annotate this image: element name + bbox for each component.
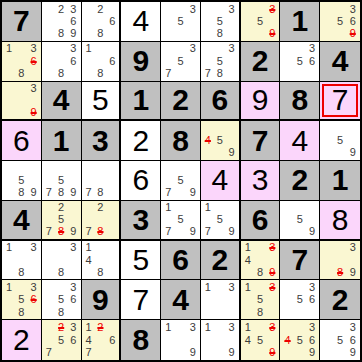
cell-r8c3[interactable]: 9 xyxy=(82,280,122,320)
solved-digit: 4 xyxy=(291,126,308,156)
candidate-2-eliminated: 2 xyxy=(55,321,67,334)
candidate-9-eliminated: 9 xyxy=(266,346,278,359)
candidate-7: 7 xyxy=(202,67,214,79)
pencil-marks: 59 xyxy=(281,202,318,238)
pencil-marks: 139 xyxy=(162,321,199,359)
pencil-marks: 78 xyxy=(83,162,119,199)
cell-r8c2[interactable]: 3568 xyxy=(42,280,82,320)
pencil-marks: 12467 xyxy=(83,321,119,359)
candidate-3: 3 xyxy=(306,43,318,55)
candidate-5: 5 xyxy=(334,334,347,347)
cell-r6c4[interactable]: 3 xyxy=(121,201,161,241)
cell-r4c2[interactable]: 1 xyxy=(42,121,82,161)
pencil-marks: 3568 xyxy=(43,281,80,318)
candidate-3: 3 xyxy=(187,43,199,55)
candidate-4-eliminated: 4 xyxy=(281,334,293,347)
pencil-marks: 38 xyxy=(43,242,80,279)
candidate-9-eliminated: 9 xyxy=(266,266,278,278)
pencil-marks: 39 xyxy=(3,83,40,119)
candidate-6: 6 xyxy=(306,334,318,347)
candidate-3: 3 xyxy=(346,3,359,15)
candidate-4: 4 xyxy=(242,334,254,347)
cell-r4c4[interactable]: 2 xyxy=(121,121,161,161)
pencil-marks: 579 xyxy=(162,162,199,199)
candidate-3: 3 xyxy=(187,321,199,334)
cell-r6c9[interactable]: 8 xyxy=(320,201,360,241)
pencil-marks: 138 xyxy=(3,242,40,279)
solved-digit: 5 xyxy=(92,85,109,115)
pencil-marks: 368 xyxy=(43,43,80,80)
candidate-2: 2 xyxy=(55,202,67,214)
given-digit: 8 xyxy=(291,85,308,115)
solved-digit: 3 xyxy=(252,165,269,195)
cell-r5c6[interactable]: 4 xyxy=(201,161,241,201)
candidate-7: 7 xyxy=(83,187,95,199)
cell-r7c6[interactable]: 2 xyxy=(201,241,241,281)
candidate-6: 6 xyxy=(67,334,79,347)
pencil-marks: 1358 xyxy=(242,281,279,318)
cell-r5c8[interactable]: 2 xyxy=(280,161,320,201)
pencil-marks: 34569 xyxy=(281,321,318,359)
candidate-9: 9 xyxy=(346,346,359,359)
solved-digit: 5 xyxy=(132,245,149,275)
cell-r4c8[interactable]: 4 xyxy=(280,121,320,161)
candidate-6: 6 xyxy=(106,15,118,27)
candidate-5: 5 xyxy=(214,15,226,27)
cell-r1c8[interactable]: 1 xyxy=(280,2,320,42)
cell-r8c8[interactable]: 356 xyxy=(280,280,320,320)
pencil-marks: 3578 xyxy=(202,43,238,80)
candidate-5: 5 xyxy=(294,334,306,347)
candidate-5: 5 xyxy=(294,294,306,306)
cell-r2c6[interactable]: 3578 xyxy=(201,42,241,82)
candidate-9: 9 xyxy=(67,226,79,238)
candidate-4: 4 xyxy=(242,254,254,266)
candidate-5: 5 xyxy=(254,334,266,347)
candidate-5: 5 xyxy=(55,294,67,306)
cell-r6c6[interactable]: 1579 xyxy=(201,201,241,241)
pencil-marks: 168 xyxy=(83,43,119,80)
candidate-7: 7 xyxy=(43,346,55,359)
given-digit: 6 xyxy=(211,85,228,115)
cell-r8c9[interactable]: 2 xyxy=(320,280,360,320)
cell-r4c5[interactable]: 8 xyxy=(161,121,201,161)
candidate-8: 8 xyxy=(214,28,226,40)
given-digit: 7 xyxy=(252,126,269,156)
pencil-marks: 358 xyxy=(202,3,238,40)
candidate-3: 3 xyxy=(226,3,238,15)
cell-r4c7[interactable]: 7 xyxy=(241,121,281,161)
cell-r5c1[interactable]: 589 xyxy=(2,161,42,201)
cell-r3c1[interactable]: 39 xyxy=(2,82,42,122)
cell-r9c4[interactable]: 8 xyxy=(121,320,161,360)
cell-r5c4[interactable]: 6 xyxy=(121,161,161,201)
candidate-6: 6 xyxy=(306,55,318,67)
candidate-8: 8 xyxy=(15,67,27,79)
cell-r5c5[interactable]: 579 xyxy=(161,161,201,201)
candidate-4: 4 xyxy=(83,334,95,347)
candidate-9-eliminated: 9 xyxy=(346,28,359,40)
candidate-7: 7 xyxy=(162,187,174,199)
candidate-9: 9 xyxy=(346,147,359,159)
cell-r8c1[interactable]: 13568 xyxy=(2,280,42,320)
candidate-8: 8 xyxy=(55,306,67,318)
candidate-8-eliminated: 8 xyxy=(334,266,347,278)
pencil-marks: 3569 xyxy=(321,321,359,359)
cell-r7c5[interactable]: 6 xyxy=(161,241,201,281)
cell-r7c8[interactable]: 7 xyxy=(280,241,320,281)
cell-r6c2[interactable]: 25789 xyxy=(42,201,82,241)
cell-r7c3[interactable]: 148 xyxy=(82,241,122,281)
pencil-marks: 389 xyxy=(321,242,359,279)
cell-r2c1[interactable]: 1368 xyxy=(2,42,42,82)
cell-r3c2[interactable]: 4 xyxy=(42,82,82,122)
candidate-9: 9 xyxy=(67,28,79,40)
given-digit: 9 xyxy=(92,285,109,315)
cell-r9c5[interactable]: 139 xyxy=(161,320,201,360)
candidate-9: 9 xyxy=(306,226,318,238)
candidate-9-eliminated: 9 xyxy=(266,28,278,40)
cell-r2c4[interactable]: 9 xyxy=(121,42,161,82)
cell-r2c9[interactable]: 4 xyxy=(320,42,360,82)
solved-digit: 4 xyxy=(211,165,228,195)
candidate-3-eliminated: 3 xyxy=(266,242,278,254)
candidate-1: 1 xyxy=(242,321,254,334)
candidate-6: 6 xyxy=(106,55,118,67)
candidate-8: 8 xyxy=(15,187,27,199)
pencil-marks: 23567 xyxy=(43,321,80,359)
candidate-5: 5 xyxy=(254,15,266,27)
candidate-3: 3 xyxy=(187,3,199,15)
pencil-marks: 356 xyxy=(281,281,318,318)
candidate-7: 7 xyxy=(162,226,174,238)
cell-r2c3[interactable]: 168 xyxy=(82,42,122,82)
cell-r3c7[interactable]: 9 xyxy=(241,82,281,122)
candidate-6: 6 xyxy=(346,334,359,347)
cell-r3c9[interactable]: 7 xyxy=(320,82,360,122)
pencil-marks: 13459 xyxy=(242,321,279,359)
given-digit: 9 xyxy=(132,46,149,76)
candidate-2-eliminated: 2 xyxy=(94,321,106,334)
cell-r2c2[interactable]: 368 xyxy=(42,42,82,82)
pencil-marks: 459 xyxy=(202,122,238,159)
candidate-8: 8 xyxy=(55,266,67,278)
candidate-1: 1 xyxy=(83,43,95,55)
solved-digit: 8 xyxy=(332,205,349,235)
candidate-1: 1 xyxy=(83,321,95,334)
candidate-3: 3 xyxy=(67,281,79,293)
solved-digit: 2 xyxy=(13,325,30,355)
pencil-marks: 1368 xyxy=(3,43,40,80)
cell-r9c7[interactable]: 13459 xyxy=(241,320,281,360)
candidate-6: 6 xyxy=(67,294,79,306)
candidate-5: 5 xyxy=(174,15,186,27)
pencil-marks: 3569 xyxy=(321,3,359,40)
candidate-8-eliminated: 8 xyxy=(55,226,67,238)
cell-r3c4[interactable]: 1 xyxy=(121,82,161,122)
candidate-3: 3 xyxy=(346,321,359,334)
candidate-3: 3 xyxy=(28,242,40,254)
candidate-5: 5 xyxy=(334,15,347,27)
candidate-8: 8 xyxy=(94,187,106,199)
cell-r1c1[interactable]: 7 xyxy=(2,2,42,42)
candidate-8: 8 xyxy=(254,306,266,318)
candidate-8-eliminated: 8 xyxy=(94,226,106,238)
cell-r8c4[interactable]: 7 xyxy=(121,280,161,320)
given-digit: 2 xyxy=(252,46,269,76)
given-digit: 1 xyxy=(132,85,149,115)
cell-r7c9[interactable]: 389 xyxy=(320,241,360,281)
cell-r9c6[interactable]: 139 xyxy=(201,320,241,360)
candidate-8: 8 xyxy=(94,67,106,79)
cell-r4c9[interactable]: 59 xyxy=(320,121,360,161)
given-digit: 3 xyxy=(132,205,149,235)
candidate-7: 7 xyxy=(43,226,55,238)
cell-r6c3[interactable]: 278 xyxy=(82,201,122,241)
cell-r5c3[interactable]: 78 xyxy=(82,161,122,201)
candidate-8: 8 xyxy=(55,67,67,79)
cell-r6c5[interactable]: 1579 xyxy=(161,201,201,241)
candidate-4-eliminated: 4 xyxy=(202,135,214,147)
pencil-marks: 278 xyxy=(83,202,119,238)
candidate-5: 5 xyxy=(174,174,186,186)
candidate-1: 1 xyxy=(3,281,15,293)
candidate-5: 5 xyxy=(294,214,306,226)
pencil-marks: 13 xyxy=(202,281,238,318)
solved-digit: 9 xyxy=(252,85,269,115)
given-digit: 7 xyxy=(13,6,30,36)
cell-r7c4[interactable]: 5 xyxy=(121,241,161,281)
candidate-3-eliminated: 3 xyxy=(266,321,278,334)
pencil-marks: 1579 xyxy=(202,202,238,238)
cell-r1c7[interactable]: 359 xyxy=(241,2,281,42)
candidate-7: 7 xyxy=(162,67,174,79)
candidate-5: 5 xyxy=(214,214,226,226)
candidate-7: 7 xyxy=(43,187,55,199)
cell-r6c8[interactable]: 59 xyxy=(280,201,320,241)
given-digit: 1 xyxy=(291,6,308,36)
pencil-marks: 13568 xyxy=(3,281,40,318)
candidate-3: 3 xyxy=(67,43,79,55)
solved-digit: 4 xyxy=(132,6,149,36)
candidate-3: 3 xyxy=(28,83,40,95)
cell-r5c9[interactable]: 1 xyxy=(320,161,360,201)
candidate-3: 3 xyxy=(28,281,40,293)
pencil-marks: 589 xyxy=(3,162,40,199)
candidate-8: 8 xyxy=(55,28,67,40)
candidate-6-eliminated: 6 xyxy=(28,55,40,67)
candidate-6: 6 xyxy=(67,55,79,67)
given-digit: 4 xyxy=(172,285,189,315)
pencil-marks: 148 xyxy=(83,242,119,279)
candidate-4: 4 xyxy=(83,254,95,266)
candidate-5: 5 xyxy=(254,294,266,306)
candidate-5: 5 xyxy=(334,135,347,147)
cell-r9c1[interactable]: 2 xyxy=(2,320,42,360)
candidate-8: 8 xyxy=(94,266,106,278)
candidate-2: 2 xyxy=(55,3,67,15)
given-digit: 2 xyxy=(291,165,308,195)
cell-r1c4[interactable]: 4 xyxy=(121,2,161,42)
candidate-1: 1 xyxy=(202,202,214,214)
candidate-9: 9 xyxy=(226,226,238,238)
candidate-9: 9 xyxy=(187,226,199,238)
solved-digit: 7 xyxy=(332,85,349,115)
candidate-3: 3 xyxy=(306,281,318,293)
cell-r6c1[interactable]: 4 xyxy=(2,201,42,241)
candidate-5: 5 xyxy=(294,55,306,67)
candidate-1: 1 xyxy=(202,281,214,293)
cell-r1c5[interactable]: 35 xyxy=(161,2,201,42)
candidate-5: 5 xyxy=(55,214,67,226)
candidate-3: 3 xyxy=(67,3,79,15)
pencil-marks: 1579 xyxy=(162,202,199,238)
solved-digit: 6 xyxy=(132,165,149,195)
candidate-8: 8 xyxy=(254,266,266,278)
cell-r4c3[interactable]: 3 xyxy=(82,121,122,161)
candidate-9: 9 xyxy=(187,346,199,359)
candidate-3: 3 xyxy=(226,281,238,293)
candidate-3: 3 xyxy=(226,321,238,334)
pencil-marks: 25789 xyxy=(43,202,80,238)
candidate-5: 5 xyxy=(174,55,186,67)
cell-r3c5[interactable]: 2 xyxy=(161,82,201,122)
cell-r9c8[interactable]: 34569 xyxy=(280,320,320,360)
candidate-1: 1 xyxy=(242,242,254,254)
candidate-8: 8 xyxy=(15,266,27,278)
pencil-marks: 359 xyxy=(242,3,279,40)
given-digit: 3 xyxy=(92,126,109,156)
cell-r8c5[interactable]: 4 xyxy=(161,280,201,320)
given-digit: 2 xyxy=(172,85,189,115)
candidate-6: 6 xyxy=(346,15,359,27)
given-digit: 1 xyxy=(53,126,70,156)
candidate-8: 8 xyxy=(15,306,27,318)
candidate-5: 5 xyxy=(15,174,27,186)
given-digit: 8 xyxy=(172,126,189,156)
candidate-1: 1 xyxy=(3,242,15,254)
cell-r3c3[interactable]: 5 xyxy=(82,82,122,122)
candidate-5: 5 xyxy=(214,55,226,67)
candidate-2: 2 xyxy=(94,202,106,214)
candidate-3: 3 xyxy=(67,321,79,334)
cell-r3c8[interactable]: 8 xyxy=(280,82,320,122)
given-digit: 4 xyxy=(13,205,30,235)
cell-r4c6[interactable]: 459 xyxy=(201,121,241,161)
given-digit: 4 xyxy=(332,46,349,76)
cell-r7c2[interactable]: 38 xyxy=(42,241,82,281)
cell-r7c1[interactable]: 138 xyxy=(2,241,42,281)
candidate-9: 9 xyxy=(28,187,40,199)
pencil-marks: 59 xyxy=(321,122,359,159)
cell-r3c6[interactable]: 6 xyxy=(201,82,241,122)
cell-r5c7[interactable]: 3 xyxy=(241,161,281,201)
pencil-marks: 35 xyxy=(162,3,199,40)
candidate-1: 1 xyxy=(162,202,174,214)
candidate-6: 6 xyxy=(67,15,79,27)
candidate-9: 9 xyxy=(346,266,359,278)
candidate-7: 7 xyxy=(83,226,95,238)
candidate-9-eliminated: 9 xyxy=(28,106,40,118)
given-digit: 2 xyxy=(211,245,228,275)
candidate-2: 2 xyxy=(94,3,106,15)
cell-r8c6[interactable]: 13 xyxy=(201,280,241,320)
cell-r2c5[interactable]: 357 xyxy=(161,42,201,82)
candidate-8: 8 xyxy=(214,67,226,79)
candidate-8: 8 xyxy=(94,28,106,40)
candidate-3: 3 xyxy=(67,242,79,254)
candidate-9: 9 xyxy=(187,187,199,199)
candidate-6: 6 xyxy=(306,294,318,306)
solved-digit: 6 xyxy=(13,126,30,156)
candidate-1: 1 xyxy=(242,281,254,293)
solved-digit: 7 xyxy=(132,285,149,315)
candidate-3: 3 xyxy=(346,242,359,254)
pencil-marks: 356 xyxy=(281,43,318,80)
cell-r1c2[interactable]: 23689 xyxy=(42,2,82,42)
cell-r2c7[interactable]: 2 xyxy=(241,42,281,82)
candidate-1: 1 xyxy=(3,43,15,55)
given-digit: 2 xyxy=(332,285,349,315)
cell-r5c2[interactable]: 5789 xyxy=(42,161,82,201)
given-digit: 1 xyxy=(332,165,349,195)
cell-r6c7[interactable]: 6 xyxy=(241,201,281,241)
cell-r9c9[interactable]: 3569 xyxy=(320,320,360,360)
candidate-9: 9 xyxy=(226,147,238,159)
candidate-3-eliminated: 3 xyxy=(266,3,278,15)
cell-r9c3[interactable]: 12467 xyxy=(82,320,122,360)
sudoku-board: 7236892684353583591356913683681689357357… xyxy=(0,0,362,362)
cell-r1c6[interactable]: 358 xyxy=(201,2,241,42)
candidate-1: 1 xyxy=(83,242,95,254)
cell-r8c7[interactable]: 1358 xyxy=(241,280,281,320)
candidate-5: 5 xyxy=(55,334,67,347)
pencil-marks: 5789 xyxy=(43,162,80,199)
cell-r4c1[interactable]: 6 xyxy=(2,121,42,161)
pencil-marks: 357 xyxy=(162,43,199,80)
candidate-3: 3 xyxy=(28,43,40,55)
pencil-marks: 13489 xyxy=(242,242,279,279)
pencil-marks: 23689 xyxy=(43,3,80,40)
candidate-1: 1 xyxy=(162,321,174,334)
candidate-6-eliminated: 6 xyxy=(28,294,40,306)
candidate-7: 7 xyxy=(202,226,214,238)
candidate-5: 5 xyxy=(174,214,186,226)
cell-r2c8[interactable]: 356 xyxy=(280,42,320,82)
candidate-5: 5 xyxy=(214,135,226,147)
solved-digit: 2 xyxy=(132,126,149,156)
cell-r1c3[interactable]: 268 xyxy=(82,2,122,42)
pencil-marks: 268 xyxy=(83,3,119,40)
candidate-7: 7 xyxy=(83,346,95,359)
given-digit: 6 xyxy=(172,245,189,275)
candidate-3-eliminated: 3 xyxy=(266,281,278,293)
candidate-6: 6 xyxy=(106,334,118,347)
candidate-5: 5 xyxy=(55,174,67,186)
pencil-marks: 139 xyxy=(202,321,238,359)
candidate-9: 9 xyxy=(67,187,79,199)
candidate-3: 3 xyxy=(226,43,238,55)
cell-r1c9[interactable]: 3569 xyxy=(320,2,360,42)
candidate-9: 9 xyxy=(306,346,318,359)
candidate-1: 1 xyxy=(202,321,214,334)
candidate-9: 9 xyxy=(226,346,238,359)
candidate-5: 5 xyxy=(15,294,27,306)
given-digit: 4 xyxy=(53,85,70,115)
cell-r7c7[interactable]: 13489 xyxy=(241,241,281,281)
cell-r9c2[interactable]: 23567 xyxy=(42,320,82,360)
given-digit: 7 xyxy=(291,245,308,275)
